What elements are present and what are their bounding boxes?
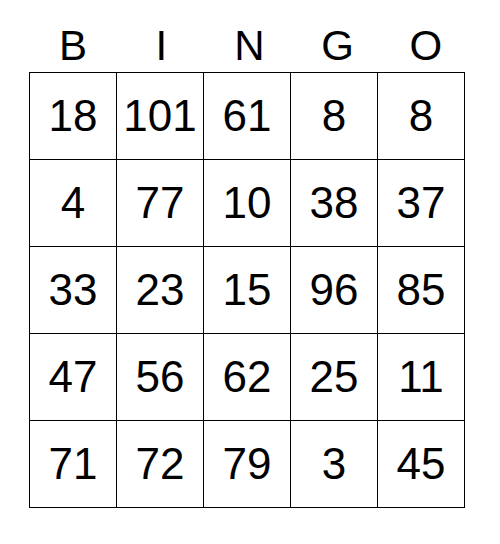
header-letter-g: G: [294, 25, 382, 67]
bingo-cell-r1c0[interactable]: 4: [30, 160, 117, 247]
bingo-cell-r4c3[interactable]: 3: [291, 421, 378, 508]
header-letter-i: I: [117, 25, 205, 67]
bingo-cell-r0c2[interactable]: 61: [204, 73, 291, 160]
bingo-cell-r1c2[interactable]: 10: [204, 160, 291, 247]
bingo-board: 18 101 61 8 8 4 77 10 38 37 33 23 15 96 …: [29, 72, 465, 508]
bingo-cell-r1c1[interactable]: 77: [117, 160, 204, 247]
bingo-cell-r0c4[interactable]: 8: [378, 73, 465, 160]
bingo-cell-r1c4[interactable]: 37: [378, 160, 465, 247]
bingo-cell-r0c3[interactable]: 8: [291, 73, 378, 160]
bingo-cell-r3c0[interactable]: 47: [30, 334, 117, 421]
bingo-cell-r0c1[interactable]: 101: [117, 73, 204, 160]
bingo-cell-r2c4[interactable]: 85: [378, 247, 465, 334]
bingo-cell-r3c3[interactable]: 25: [291, 334, 378, 421]
bingo-cell-r3c4[interactable]: 11: [378, 334, 465, 421]
header-letter-b: B: [29, 25, 117, 67]
bingo-cell-r1c3[interactable]: 38: [291, 160, 378, 247]
bingo-header: B I N G O: [29, 0, 470, 72]
bingo-cell-r3c1[interactable]: 56: [117, 334, 204, 421]
bingo-cell-r4c0[interactable]: 71: [30, 421, 117, 508]
bingo-cell-r4c4[interactable]: 45: [378, 421, 465, 508]
bingo-cell-r3c2[interactable]: 62: [204, 334, 291, 421]
bingo-cell-r2c3[interactable]: 96: [291, 247, 378, 334]
bingo-cell-r2c1[interactable]: 23: [117, 247, 204, 334]
bingo-cell-r2c0[interactable]: 33: [30, 247, 117, 334]
bingo-cell-r2c2[interactable]: 15: [204, 247, 291, 334]
bingo-cell-r4c1[interactable]: 72: [117, 421, 204, 508]
header-letter-o: O: [382, 25, 470, 67]
header-letter-n: N: [205, 25, 293, 67]
bingo-cell-r4c2[interactable]: 79: [204, 421, 291, 508]
bingo-cell-r0c0[interactable]: 18: [30, 73, 117, 160]
bingo-card: B I N G O 18 101 61 8 8 4 77 10 38 37 33…: [29, 0, 470, 508]
